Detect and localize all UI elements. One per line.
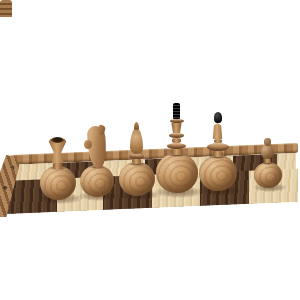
wood-grain [80,165,114,197]
queen-neck-upper [214,139,222,143]
king-disc-upper [169,133,184,138]
bishop-acorn [130,128,143,154]
wood-grain [156,153,198,193]
piece-pawn [252,136,284,188]
king-neck-upper [172,138,181,143]
rook-body [40,166,76,200]
knight-body [80,165,114,197]
queen-cone [211,123,224,139]
product-photo-scene: 7 8 [0,0,300,300]
piece-rook [36,134,80,200]
wood-grain [254,162,282,188]
queen-neck [213,151,223,157]
king-crown-plate [170,119,184,123]
queen-body [199,155,237,191]
king-body [156,153,198,193]
wood-grain [199,155,237,191]
bishop-tip [134,122,139,130]
king-finial [173,103,180,119]
rook-waist [53,162,62,169]
piece-queen [196,107,240,191]
bishop-body [119,162,155,196]
queen-finial [214,112,222,123]
bishop-collar-disc [129,154,144,159]
pawn-top-bead [264,138,271,146]
piece-bishop [117,116,157,196]
piece-knight [77,119,117,197]
rook-opening [51,137,64,143]
king-disc-lower [167,143,186,149]
pawn-knob [261,145,274,159]
rank-label: 8 [2,185,8,191]
rank-label: 7 [10,165,16,171]
king-neck [171,149,183,155]
wood-grain [119,162,155,196]
piece-king [154,97,200,193]
pawn-body [254,162,282,188]
knight-muzzle [84,140,92,149]
board-corner-post [0,0,12,17]
king-collar [171,123,182,133]
queen-flared-disc [207,143,229,151]
wood-grain [40,166,76,200]
